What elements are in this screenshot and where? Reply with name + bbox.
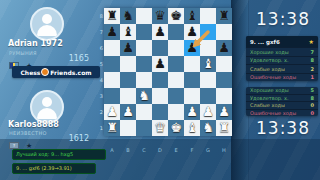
- square-c4[interactable]: [136, 72, 152, 88]
- square-h3[interactable]: [216, 88, 232, 104]
- move-quality-icon: ★: [309, 38, 314, 45]
- piece-black-bishop[interactable]: ♝: [184, 8, 200, 24]
- piece-white-pawn[interactable]: ♟: [184, 104, 200, 120]
- piece-white-king[interactable]: ♚: [168, 120, 184, 136]
- square-a4[interactable]: [104, 72, 120, 88]
- rank-labels: 87654321: [95, 8, 103, 136]
- square-g6[interactable]: [200, 40, 216, 56]
- piece-black-pawn[interactable]: ♟: [104, 24, 120, 40]
- piece-white-pawn[interactable]: ♟: [120, 104, 136, 120]
- stat-label: Хорошие ходы: [250, 49, 289, 55]
- stat-value: 1: [311, 74, 314, 80]
- stat-label: Удовлетвор. х.: [250, 57, 289, 63]
- avatar-torso-icon: [37, 25, 57, 36]
- stat-row: Удовлетвор. х.8: [246, 56, 318, 65]
- file-label-g: G: [200, 146, 216, 154]
- piece-white-queen[interactable]: ♛: [152, 120, 168, 136]
- square-d8[interactable]: ♛: [152, 8, 168, 24]
- rank-label-5: 5: [95, 56, 103, 72]
- square-g4[interactable]: [200, 72, 216, 88]
- square-a7[interactable]: ♟: [104, 24, 120, 40]
- square-g5[interactable]: ♝: [200, 56, 216, 72]
- square-c2[interactable]: [136, 104, 152, 120]
- rank-label-6: 6: [95, 40, 103, 56]
- square-c3[interactable]: ♞: [136, 88, 152, 104]
- square-e2[interactable]: [168, 104, 184, 120]
- square-d3[interactable]: [152, 88, 168, 104]
- square-b1[interactable]: [120, 120, 136, 136]
- piece-black-pawn[interactable]: ♟: [152, 56, 168, 72]
- piece-black-king[interactable]: ♚: [168, 8, 184, 24]
- file-label-f: F: [184, 146, 200, 154]
- square-b7[interactable]: ♝: [120, 24, 136, 40]
- rank-label-3: 3: [95, 88, 103, 104]
- piece-white-rook[interactable]: ♜: [104, 120, 120, 136]
- square-f5[interactable]: [184, 56, 200, 72]
- piece-black-pawn[interactable]: ♟: [184, 40, 200, 56]
- piece-white-pawn[interactable]: ♟: [104, 104, 120, 120]
- unknown-flag-icon: ?: [9, 142, 19, 149]
- stat-value: 5: [311, 87, 314, 93]
- piece-white-pawn[interactable]: ♟: [216, 104, 232, 120]
- square-b6[interactable]: ♟: [120, 40, 136, 56]
- square-g3[interactable]: [200, 88, 216, 104]
- last-move-label: 9. ... gxf6: [250, 39, 280, 45]
- stat-value: 2: [311, 66, 314, 72]
- square-b8[interactable]: ♞: [120, 8, 136, 24]
- chessfriends-logo[interactable]: Chess Friends.com: [12, 66, 100, 78]
- piece-white-rook[interactable]: ♜: [216, 120, 232, 136]
- square-b5[interactable]: [120, 56, 136, 72]
- square-c7[interactable]: [136, 24, 152, 40]
- chess-board: ♜♞♛♚♝♜♟♝♟♟♟♟♟♟♝♞♟♟♟♟♟♜♛♚♝♞♜: [104, 8, 232, 136]
- stat-label: Ошибочные ходы: [250, 74, 296, 80]
- square-a8[interactable]: ♜: [104, 8, 120, 24]
- square-a5[interactable]: [104, 56, 120, 72]
- stat-label: Удовлетвор. х.: [250, 95, 289, 101]
- square-a6[interactable]: [104, 40, 120, 56]
- stat-label: Хорошие ходы: [250, 87, 289, 93]
- rank-label-8: 8: [95, 8, 103, 24]
- piece-black-pawn[interactable]: ♟: [152, 24, 168, 40]
- rank-label-7: 7: [95, 24, 103, 40]
- stat-row: Удовлетвор. х.8: [246, 94, 318, 102]
- avatar-bottom[interactable]: [30, 90, 64, 124]
- square-f3[interactable]: [184, 88, 200, 104]
- avatar-torso-icon: [37, 108, 57, 119]
- piece-black-queen[interactable]: ♛: [152, 8, 168, 24]
- played-move-eval: 9. ... gxf6 (2.39→3.91): [12, 163, 96, 174]
- square-e8[interactable]: ♚: [168, 8, 184, 24]
- best-move-hint: Лучший ход: 9... hxg5: [12, 149, 106, 160]
- stat-value: 7: [311, 49, 314, 55]
- piece-black-pawn[interactable]: ♟: [184, 24, 200, 40]
- stat-label: Слабые ходы: [250, 102, 285, 108]
- file-label-h: H: [216, 146, 232, 154]
- piece-white-knight[interactable]: ♞: [136, 88, 152, 104]
- logo-text-friends: Friends.com: [50, 69, 91, 76]
- piece-white-knight[interactable]: ♞: [200, 120, 216, 136]
- square-b2[interactable]: ♟: [120, 104, 136, 120]
- file-labels: ABCDEFGH: [104, 137, 232, 145]
- square-e7[interactable]: [168, 24, 184, 40]
- square-h1[interactable]: ♜: [216, 120, 232, 136]
- square-h5[interactable]: [216, 56, 232, 72]
- move-quality-header: 9. ... gxf6 ★: [246, 36, 318, 47]
- square-h7[interactable]: [216, 24, 232, 40]
- rank-label-4: 4: [95, 72, 103, 88]
- piece-white-bishop[interactable]: ♝: [184, 120, 200, 136]
- square-f7[interactable]: ♟: [184, 24, 200, 40]
- stat-value: 0: [311, 110, 314, 116]
- rank-label-1: 1: [95, 120, 103, 136]
- stat-row: Слабые ходы0: [246, 101, 318, 109]
- file-label-b: B: [120, 146, 136, 154]
- square-h8[interactable]: ♜: [216, 8, 232, 24]
- square-h4[interactable]: [216, 72, 232, 88]
- square-a3[interactable]: [104, 88, 120, 104]
- avatar-head-icon: [42, 97, 52, 107]
- square-d6[interactable]: [152, 40, 168, 56]
- rank-label-2: 2: [95, 104, 103, 120]
- move-quality-panel-bottom: Хорошие ходы5Удовлетвор. х.8Слабые ходы0…: [246, 87, 318, 116]
- square-f8[interactable]: ♝: [184, 8, 200, 24]
- square-g1[interactable]: ♞: [200, 120, 216, 136]
- square-c5[interactable]: [136, 56, 152, 72]
- player-bottom-meta: ? ★ 1612: [9, 135, 89, 143]
- square-e3[interactable]: [168, 88, 184, 104]
- file-label-a: A: [104, 146, 120, 154]
- stat-row: Ошибочные ходы0: [246, 109, 318, 117]
- square-g8[interactable]: [200, 8, 216, 24]
- piece-white-pawn[interactable]: ♟: [200, 104, 216, 120]
- square-d7[interactable]: ♟: [152, 24, 168, 40]
- square-e6[interactable]: [168, 40, 184, 56]
- square-b4[interactable]: [120, 72, 136, 88]
- stat-row: Слабые ходы2: [246, 64, 318, 73]
- square-e5[interactable]: [168, 56, 184, 72]
- stat-row: Ошибочные ходы1: [246, 73, 318, 82]
- player-bottom-name[interactable]: Karlos8888: [8, 120, 100, 129]
- piece-white-bishop[interactable]: ♝: [200, 56, 216, 72]
- piece-black-pawn[interactable]: ♟: [216, 40, 232, 56]
- square-e4[interactable]: [168, 72, 184, 88]
- square-c8[interactable]: [136, 8, 152, 24]
- piece-black-pawn[interactable]: ♟: [120, 40, 136, 56]
- move-quality-rows-top: Хорошие ходы7Удовлетвор. х.8Слабые ходы2…: [246, 47, 318, 81]
- square-f1[interactable]: ♝: [184, 120, 200, 136]
- square-f2[interactable]: ♟: [184, 104, 200, 120]
- piece-black-rook[interactable]: ♜: [104, 8, 120, 24]
- clock-bottom: 13:38: [248, 118, 318, 138]
- file-label-e: E: [168, 146, 184, 154]
- stat-label: Слабые ходы: [250, 66, 285, 72]
- square-d4[interactable]: [152, 72, 168, 88]
- stat-value: 0: [311, 102, 314, 108]
- move-quality-panel-top: 9. ... gxf6 ★ Хорошие ходы7Удовлетвор. х…: [246, 36, 318, 81]
- square-h2[interactable]: ♟: [216, 104, 232, 120]
- stat-value: 8: [311, 95, 314, 101]
- square-e1[interactable]: ♚: [168, 120, 184, 136]
- player-top-rating: 1165: [69, 54, 89, 63]
- square-b3[interactable]: [120, 88, 136, 104]
- game-review-window: Adrian 1972 РУМЫНИЯ ★ 1165 Chess Friends…: [0, 0, 320, 180]
- square-c6[interactable]: [136, 40, 152, 56]
- piece-black-knight[interactable]: ♞: [120, 8, 136, 24]
- square-a2[interactable]: ♟: [104, 104, 120, 120]
- stat-label: Ошибочные ходы: [250, 110, 296, 116]
- stat-value: 8: [311, 57, 314, 63]
- stat-row: Хорошие ходы7: [246, 47, 318, 56]
- square-c1[interactable]: [136, 120, 152, 136]
- logo-ball-icon: [41, 68, 49, 76]
- avatar-top[interactable]: [30, 7, 64, 41]
- move-quality-rows-bottom: Хорошие ходы5Удовлетвор. х.8Слабые ходы0…: [246, 87, 318, 116]
- square-h6[interactable]: ♟: [216, 40, 232, 56]
- file-label-d: D: [152, 146, 168, 154]
- player-top-name[interactable]: Adrian 1972: [8, 39, 100, 48]
- square-a1[interactable]: ♜: [104, 120, 120, 136]
- clock-top: 13:38: [248, 9, 318, 29]
- logo-text-chess: Chess: [20, 69, 40, 76]
- square-d5[interactable]: ♟: [152, 56, 168, 72]
- player-top-meta: ★ 1165: [9, 55, 89, 63]
- piece-black-bishop[interactable]: ♝: [120, 24, 136, 40]
- square-g7[interactable]: [200, 24, 216, 40]
- square-g2[interactable]: ♟: [200, 104, 216, 120]
- square-f4[interactable]: [184, 72, 200, 88]
- file-label-c: C: [136, 146, 152, 154]
- square-d1[interactable]: ♛: [152, 120, 168, 136]
- square-d2[interactable]: [152, 104, 168, 120]
- piece-black-rook[interactable]: ♜: [216, 8, 232, 24]
- player-bottom-rating: 1612: [69, 134, 89, 143]
- avatar-head-icon: [42, 14, 52, 24]
- square-f6[interactable]: ♟: [184, 40, 200, 56]
